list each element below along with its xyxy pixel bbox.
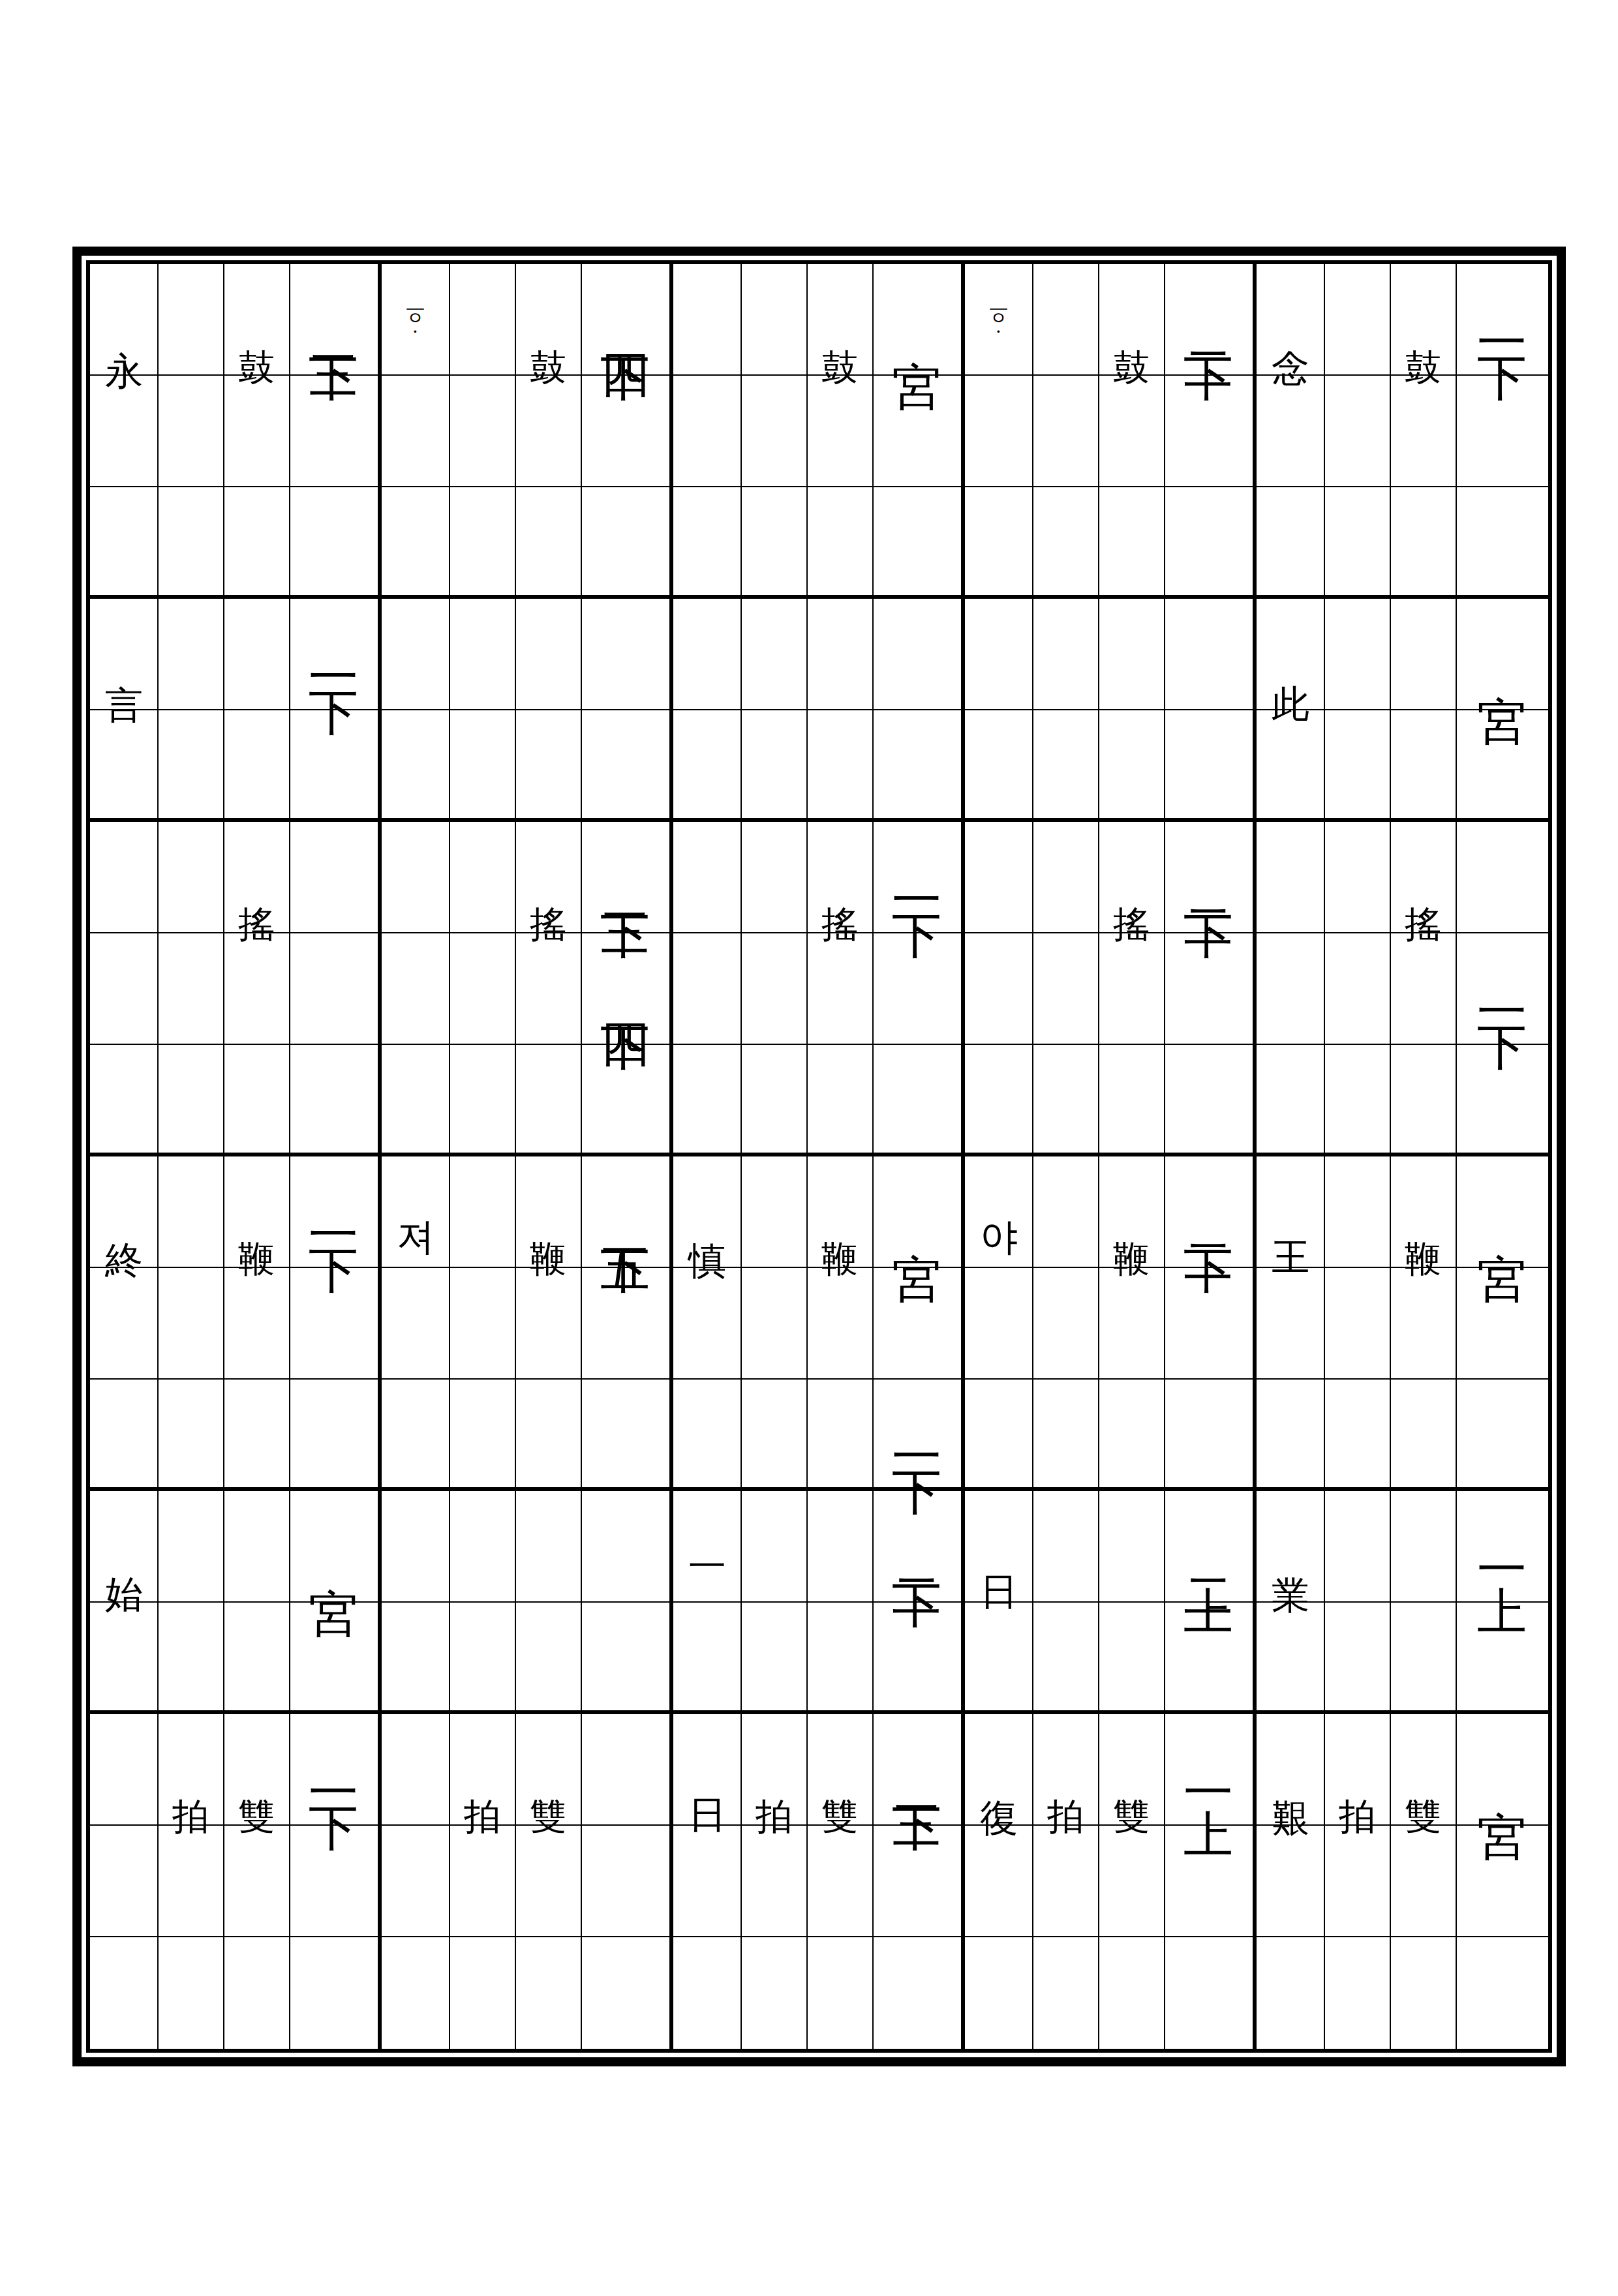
jeonggan-cell (1099, 1937, 1165, 2049)
jeonggan-cell (159, 1156, 224, 1268)
jeonggan-cell: 言 (90, 599, 159, 710)
jeonggan-cell (1391, 487, 1457, 599)
jeonggan-cell (742, 1045, 808, 1156)
jeonggan-cell: 下二 (1165, 1156, 1257, 1268)
jeonggan-cell (224, 1603, 290, 1714)
jeonggan-cell (742, 1156, 808, 1268)
jeonggan-cell: 야 (965, 1156, 1033, 1268)
jeonggan-cell (742, 1826, 808, 1937)
jeonggan-cell (673, 1380, 742, 1491)
jeonggan-cell (673, 933, 742, 1045)
jeonggan-cell (1165, 487, 1257, 599)
jeonggan-cell: 一 (673, 1491, 742, 1603)
jeonggan-cell (224, 487, 290, 599)
jeonggan-cell (582, 1937, 673, 2049)
jeonggan-cell (1099, 1045, 1165, 1156)
jeonggan-cell: 宮 (874, 264, 965, 376)
jeonggan-cell (450, 599, 516, 710)
jeonggan-cell (516, 1268, 582, 1380)
jeonggan-cell (582, 710, 673, 822)
jeonggan-cell (382, 1714, 450, 1826)
score-frame: 永鼓下三ㆆㆍ鼓下四鼓宮ㆆㆍ鼓下二念鼓下一言下一此宮搖搖下三搖下一搖下二搖下四下一… (72, 247, 1566, 2066)
jeonggan-cell (1325, 933, 1391, 1045)
jeonggan-cell (742, 822, 808, 933)
jeonggan-cell (582, 1268, 673, 1380)
jeonggan-cell (1457, 1826, 1548, 1937)
jeonggan-cell (965, 376, 1033, 487)
jeonggan-cell (1457, 710, 1548, 822)
jeonggan-cell (1457, 1937, 1548, 2049)
jeonggan-cell (450, 1380, 516, 1491)
jeonggan-cell (450, 1603, 516, 1714)
jeonggan-cell: 鼓 (1099, 264, 1165, 376)
jeonggan-cell (874, 376, 965, 487)
jeonggan-cell (516, 1045, 582, 1156)
jeonggan-cell (1325, 1826, 1391, 1937)
jeonggan-cell (382, 599, 450, 710)
jeonggan-cell (965, 1937, 1033, 2049)
jeonggan-cell (673, 1045, 742, 1156)
jeonggan-cell: 始 (90, 1491, 159, 1603)
jeonggan-cell: 下二 (874, 1491, 965, 1603)
jeonggan-cell: ㆆㆍ (965, 264, 1033, 376)
jeonggan-cell (450, 1937, 516, 2049)
jeonggan-cell (290, 1826, 382, 1937)
jeonggan-cell (516, 1603, 582, 1714)
jeonggan-cell (516, 376, 582, 487)
jeonggan-cell (382, 1268, 450, 1380)
jeonggan-cell: 下三 (290, 264, 382, 376)
jeonggan-cell (159, 1045, 224, 1156)
jeonggan-cell: 鞭 (808, 1156, 874, 1268)
jeonggan-cell: 下二 (1165, 264, 1257, 376)
jeonggan-cell: 宮 (874, 1156, 965, 1268)
jeonggan-cell (965, 1045, 1033, 1156)
jeonggan-cell (1099, 933, 1165, 1045)
jeonggan-cell (808, 1826, 874, 1937)
jeonggan-cell: 鞭 (516, 1156, 582, 1268)
jeonggan-cell (450, 376, 516, 487)
jeonggan-cell (159, 1603, 224, 1714)
jeonggan-cell (1033, 1268, 1099, 1380)
jeonggan-cell: 上一 (1457, 1491, 1548, 1603)
jeonggan-cell (1391, 1826, 1457, 1937)
jeonggan-cell (742, 599, 808, 710)
jeonggan-cell (1391, 710, 1457, 822)
jeonggan-cell (450, 1268, 516, 1380)
jeonggan-cell: 下二 (1165, 822, 1257, 933)
jeonggan-cell (1325, 264, 1391, 376)
jeonggan-cell (159, 1491, 224, 1603)
jeonggan-cell (224, 710, 290, 822)
jeonggan-cell (1033, 822, 1099, 933)
jeonggan-cell (516, 1826, 582, 1937)
jeonggan-cell (673, 710, 742, 822)
jeonggan-cell (1099, 1268, 1165, 1380)
jeonggan-cell: 下四 (582, 933, 673, 1045)
jeonggan-cell (1165, 1826, 1257, 1937)
jeonggan-cell (1391, 1937, 1457, 2049)
jeonggan-cell (742, 1603, 808, 1714)
jeonggan-cell (450, 487, 516, 599)
jeonggan-cell (224, 1826, 290, 1937)
jeonggan-cell (90, 1380, 159, 1491)
jeonggan-cell (159, 487, 224, 599)
jeonggan-cell (965, 487, 1033, 599)
jeonggan-cell (742, 376, 808, 487)
jeonggan-cell (1099, 376, 1165, 487)
jeonggan-cell (874, 1603, 965, 1714)
jeonggan-cell (673, 376, 742, 487)
jeonggan-cell (290, 933, 382, 1045)
jeonggan-cell (1165, 710, 1257, 822)
jeonggan-cell: 鞭 (1099, 1156, 1165, 1268)
jeonggan-cell (224, 1937, 290, 2049)
jeonggan-cell (1325, 1491, 1391, 1603)
jeonggan-cell (582, 1045, 673, 1156)
jeonggan-cell (1391, 1491, 1457, 1603)
jeonggan-cell (874, 710, 965, 822)
jeonggan-cell (582, 1491, 673, 1603)
jeonggan-cell (1099, 1826, 1165, 1937)
jeonggan-cell: 搖 (808, 822, 874, 933)
jeonggan-cell (290, 1937, 382, 2049)
jeonggan-cell (1033, 1826, 1099, 1937)
jeonggan-cell (224, 1380, 290, 1491)
jeonggan-cell (742, 264, 808, 376)
jeonggan-cell (290, 1603, 382, 1714)
jeonggan-cell (673, 487, 742, 599)
jeonggan-cell (450, 1045, 516, 1156)
jeonggan-cell: 宮 (290, 1491, 382, 1603)
jeonggan-cell (516, 1380, 582, 1491)
jeonggan-cell: 雙 (808, 1714, 874, 1826)
jeonggan-cell (1033, 1156, 1099, 1268)
jeonggan-cell: 下一 (290, 1156, 382, 1268)
jeonggan-cell (1391, 1268, 1457, 1380)
jeonggan-cell (1033, 264, 1099, 376)
jeonggan-cell (742, 1268, 808, 1380)
jeonggan-cell (1165, 1045, 1257, 1156)
jeonggan-cell (582, 1603, 673, 1714)
jeonggan-cell: 拍 (1033, 1714, 1099, 1826)
jeonggan-cell: 日 (673, 1714, 742, 1826)
jeonggan-cell: 念 (1257, 264, 1325, 376)
jeonggan-cell (1325, 599, 1391, 710)
jeonggan-cell: 日 (965, 1491, 1033, 1603)
jeonggan-cell: 宮 (1457, 1714, 1548, 1826)
jeonggan-cell (1165, 1603, 1257, 1714)
jeonggan-cell: 下三 (582, 822, 673, 933)
jeonggan-cell (1257, 1045, 1325, 1156)
jeonggan-cell (808, 933, 874, 1045)
lyric-text: ㆆㆍ (987, 294, 1011, 346)
jeonggan-cell (1033, 376, 1099, 487)
jeonggan-cell: 下一 (874, 822, 965, 933)
jeonggan-cell: 拍 (159, 1714, 224, 1826)
jeonggan-cell (516, 933, 582, 1045)
jeonggan-cell (1457, 1045, 1548, 1156)
jeonggan-cell (673, 1268, 742, 1380)
jeonggan-cell (90, 822, 159, 933)
jeonggan-cell (874, 1826, 965, 1937)
jeonggan-cell (1165, 1268, 1257, 1380)
jeonggan-cell (90, 376, 159, 487)
jeonggan-cell (1457, 1268, 1548, 1380)
jeonggan-cell (90, 710, 159, 822)
jeonggan-cell (159, 376, 224, 487)
jeonggan-cell (1391, 376, 1457, 487)
jeonggan-cell (516, 710, 582, 822)
jeonggan-cell (965, 1380, 1033, 1491)
jeonggan-cell: 上二 (1165, 1491, 1257, 1603)
jeonggan-cell (1457, 1603, 1548, 1714)
jeonggan-cell (582, 1826, 673, 1937)
jeonggan-cell (90, 1714, 159, 1826)
jeonggan-cell (382, 1045, 450, 1156)
jeonggan-cell (808, 1937, 874, 2049)
jeonggan-cell (382, 376, 450, 487)
jeonggan-cell (874, 487, 965, 599)
jeonggan-cell (808, 710, 874, 822)
jeonggan-cell (808, 1045, 874, 1156)
jeonggan-cell (808, 487, 874, 599)
jeonggan-cell (742, 710, 808, 822)
jeonggan-cell (1165, 933, 1257, 1045)
jeonggan-cell (382, 710, 450, 822)
jeonggan-cell (90, 933, 159, 1045)
jeonggan-cell (450, 822, 516, 933)
jeonggan-cell (1257, 822, 1325, 933)
jeonggan-cell (224, 1491, 290, 1603)
jeonggan-cell (808, 1603, 874, 1714)
jeonggan-cell (1033, 1491, 1099, 1603)
jeonggan-cell: 下一 (290, 599, 382, 710)
jeonggan-cell (965, 1603, 1033, 1714)
jeonggan-cell (450, 933, 516, 1045)
jeonggan-cell (1257, 1826, 1325, 1937)
jeonggan-cell (808, 599, 874, 710)
jeonggan-cell (1391, 1603, 1457, 1714)
jeonggan-cell (1257, 376, 1325, 487)
jeonggan-cell (516, 1491, 582, 1603)
jeonggan-cell (290, 1045, 382, 1156)
jeonggan-cell (1033, 487, 1099, 599)
jeonggan-cell (1457, 1380, 1548, 1491)
jeonggan-cell (382, 822, 450, 933)
jeonggan-cell: 鞭 (224, 1156, 290, 1268)
jeonggan-cell (742, 1491, 808, 1603)
jeonggan-cell (1257, 1937, 1325, 2049)
jeonggan-cell (742, 1380, 808, 1491)
jeonggan-cell (1257, 487, 1325, 599)
jeonggan-cell (1033, 1603, 1099, 1714)
jeonggan-cell: 宮 (1457, 599, 1548, 710)
jeonggan-cell (1257, 1603, 1325, 1714)
jeonggan-cell (673, 1603, 742, 1714)
jeonggan-cell (1325, 376, 1391, 487)
jeonggan-cell (224, 1045, 290, 1156)
jeonggan-cell (159, 1268, 224, 1380)
jeonggan-cell (90, 487, 159, 599)
jeonggan-cell (450, 1826, 516, 1937)
jeonggan-cell: 業 (1257, 1491, 1325, 1603)
jeonggan-cell (673, 822, 742, 933)
jeonggan-cell (582, 487, 673, 599)
jeonggan-cell (808, 1491, 874, 1603)
jeonggan-cell (382, 1491, 450, 1603)
jeonggan-cell (450, 1491, 516, 1603)
jeonggan-cell (1391, 1380, 1457, 1491)
jeonggan-cell (290, 487, 382, 599)
jeonggan-cell (582, 1380, 673, 1491)
jeonggan-cell (673, 599, 742, 710)
jeonggan-cell (582, 599, 673, 710)
jeonggan-cell (965, 1826, 1033, 1937)
jeonggan-cell: 雙 (1099, 1714, 1165, 1826)
jeonggan-cell (1257, 710, 1325, 822)
jeonggan-cell (1165, 599, 1257, 710)
jeonggan-cell (159, 933, 224, 1045)
jeonggan-cell (874, 1937, 965, 2049)
jeonggan-cell (874, 599, 965, 710)
jeonggan-cell: 王 (1257, 1156, 1325, 1268)
jeonggan-cell (1033, 1380, 1099, 1491)
lyric-text: 져 (397, 1193, 435, 1231)
jeonggan-cell (159, 1937, 224, 2049)
jeonggan-cell (1257, 1268, 1325, 1380)
jeonggan-cell: 搖 (224, 822, 290, 933)
jeonggan-cell: 搖 (1099, 822, 1165, 933)
jeonggan-cell (224, 1268, 290, 1380)
jeonggan-cell: 져 (382, 1156, 450, 1268)
lyric-text: ㆆㆍ (404, 294, 427, 346)
jeonggan-cell: 下一 (1457, 933, 1548, 1045)
jeonggan-cell (1325, 1937, 1391, 2049)
jeonggan-cell (1099, 1491, 1165, 1603)
jeonggan-cell (1325, 1603, 1391, 1714)
jeonggan-cell (224, 376, 290, 487)
jeonggan-cell (1325, 822, 1391, 933)
lyric-text: 야 (980, 1193, 1018, 1231)
jeonggan-cell (1033, 933, 1099, 1045)
jeonggan-cell (382, 487, 450, 599)
jeonggan-cell (1033, 1045, 1099, 1156)
jeonggan-cell: 慎 (673, 1156, 742, 1268)
jeonggan-cell (1325, 1156, 1391, 1268)
jeonggan-cell (1099, 1603, 1165, 1714)
jeonggan-cell: 下一 (874, 1380, 965, 1491)
jeonggan-cell (382, 933, 450, 1045)
jeonggan-cell: 雙 (1391, 1714, 1457, 1826)
jeonggan-cell (290, 710, 382, 822)
jeonggan-cell (874, 1045, 965, 1156)
jeonggan-cell (965, 822, 1033, 933)
jeonggan-cell (1457, 376, 1548, 487)
jeonggan-cell (582, 1714, 673, 1826)
jeonggan-cell (1033, 1937, 1099, 2049)
jeonggan-cell (1457, 487, 1548, 599)
jeonggan-cell: 下五 (582, 1156, 673, 1268)
jeonggan-cell (1325, 1268, 1391, 1380)
jeonggan-cell (382, 1603, 450, 1714)
jeonggan-cell (90, 1603, 159, 1714)
jeonggan-cell: ㆆㆍ (382, 264, 450, 376)
jeonggan-cell: 拍 (742, 1714, 808, 1826)
jeonggan-cell (1325, 710, 1391, 822)
jeonggan-cell (382, 1826, 450, 1937)
jeonggan-cell (450, 264, 516, 376)
jeonggan-cell: 鼓 (1391, 264, 1457, 376)
jeonggan-cell: 永 (90, 264, 159, 376)
jeonggan-cell (90, 1937, 159, 2049)
jeonggan-cell (1257, 933, 1325, 1045)
jeonggan-cell (290, 376, 382, 487)
jeonggan-cell: 鼓 (808, 264, 874, 376)
jeonggan-cell (290, 822, 382, 933)
jeonggan-cell (1325, 1380, 1391, 1491)
jeonggan-cell (450, 710, 516, 822)
jeonggan-cell (582, 376, 673, 487)
jeonggan-cell (742, 1937, 808, 2049)
jeonggan-cell (1099, 710, 1165, 822)
jeonggan-cell: 此 (1257, 599, 1325, 710)
jeonggan-cell: 搖 (1391, 822, 1457, 933)
jeonggan-cell (516, 1937, 582, 2049)
jeonggan-cell: 艱 (1257, 1714, 1325, 1826)
jeongganbo-grid: 永鼓下三ㆆㆍ鼓下四鼓宮ㆆㆍ鼓下二念鼓下一言下一此宮搖搖下三搖下一搖下二搖下四下一… (90, 264, 1548, 2049)
jeonggan-cell (290, 1268, 382, 1380)
jeonggan-cell: 拍 (450, 1714, 516, 1826)
jeonggan-cell: 下一 (1457, 264, 1548, 376)
jeonggan-cell (516, 487, 582, 599)
jeonggan-cell (1099, 487, 1165, 599)
jeonggan-cell (1165, 1937, 1257, 2049)
jeonggan-cell (1325, 1045, 1391, 1156)
jeonggan-cell (673, 1937, 742, 2049)
jeonggan-cell (808, 376, 874, 487)
jeonggan-cell: 復 (965, 1714, 1033, 1826)
jeonggan-cell (1165, 1380, 1257, 1491)
jeonggan-cell (808, 1380, 874, 1491)
jeonggan-cell: 拍 (1325, 1714, 1391, 1826)
jeonggan-cell: 下四 (582, 264, 673, 376)
jeonggan-cell (1391, 599, 1457, 710)
jeonggan-cell (159, 264, 224, 376)
jeonggan-cell (224, 933, 290, 1045)
jeonggan-cell (450, 1156, 516, 1268)
jeonggan-cell (90, 1268, 159, 1380)
jeonggan-cell (808, 1268, 874, 1380)
jeonggan-cell: 下三 (874, 1714, 965, 1826)
jeonggan-cell (965, 710, 1033, 822)
jeonggan-cell (516, 599, 582, 710)
jeonggan-cell: 搖 (516, 822, 582, 933)
jeonggan-cell (742, 487, 808, 599)
jeonggan-cell (1391, 1045, 1457, 1156)
score-frame-inner: 永鼓下三ㆆㆍ鼓下四鼓宮ㆆㆍ鼓下二念鼓下一言下一此宮搖搖下三搖下一搖下二搖下四下一… (86, 260, 1552, 2053)
jeonggan-cell (1099, 1380, 1165, 1491)
jeonggan-cell (159, 822, 224, 933)
jeonggan-cell: 上一 (1165, 1714, 1257, 1826)
jeonggan-cell (382, 1380, 450, 1491)
jeonggan-cell (90, 1045, 159, 1156)
jeonggan-cell (159, 599, 224, 710)
jeonggan-cell (1457, 822, 1548, 933)
jeonggan-cell (290, 1380, 382, 1491)
jeonggan-cell (224, 599, 290, 710)
jeonggan-cell: 宮 (1457, 1156, 1548, 1268)
